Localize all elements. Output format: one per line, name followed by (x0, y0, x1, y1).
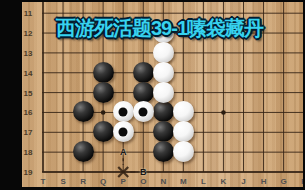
row-label-11: 11 (20, 9, 36, 18)
black-stone-q15[interactable] (93, 82, 114, 103)
black-stone-r18[interactable] (73, 141, 94, 162)
column-label-G: G (277, 177, 291, 186)
black-stone-o15[interactable] (133, 82, 154, 103)
app-window: 111213141516171819 TSRQPONMLKJHGF AB 西游死… (0, 0, 305, 190)
point-label-a[interactable]: A (120, 147, 127, 157)
black-stone-n18[interactable] (153, 141, 174, 162)
white-stone-m17[interactable] (173, 121, 194, 142)
right-black-bar (303, 0, 305, 190)
column-label-H: H (257, 177, 271, 186)
black-stone-q14[interactable] (93, 62, 114, 83)
row-label-15: 15 (20, 89, 36, 98)
black-stone-r16[interactable] (73, 101, 94, 122)
column-label-T: T (36, 177, 50, 186)
white-stone-n13[interactable] (153, 42, 174, 63)
white-stone-n15[interactable] (153, 82, 174, 103)
white-stone-n14[interactable] (153, 62, 174, 83)
row-label-19: 19 (20, 168, 36, 177)
star-point (221, 110, 226, 115)
bottom-black-bar (0, 187, 305, 190)
column-label-N: N (156, 177, 170, 186)
point-label-b[interactable]: B (140, 167, 147, 177)
column-label-O: O (136, 177, 150, 186)
marked-white-stone-p17[interactable] (113, 121, 134, 142)
column-label-M: M (176, 177, 190, 186)
stone-mark-dot (119, 127, 128, 136)
marked-white-stone-p16[interactable] (113, 101, 134, 122)
row-label-13: 13 (20, 49, 36, 58)
row-label-14: 14 (20, 69, 36, 78)
problem-title: 西游死活题39-1嗉袋藏丹 (56, 15, 296, 42)
row-label-18: 18 (20, 148, 36, 157)
column-label-Q: Q (96, 177, 110, 186)
white-stone-m18[interactable] (173, 141, 194, 162)
row-label-16: 16 (20, 108, 36, 117)
row-label-12: 12 (20, 29, 36, 38)
column-label-S: S (56, 177, 70, 186)
column-label-J: J (237, 177, 251, 186)
column-label-K: K (216, 177, 230, 186)
top-black-bar (0, 0, 305, 2)
column-label-R: R (76, 177, 90, 186)
star-point (101, 110, 106, 115)
column-label-P: P (116, 177, 130, 186)
stone-mark-dot (139, 107, 148, 116)
black-stone-o14[interactable] (133, 62, 154, 83)
stone-mark-dot (119, 107, 128, 116)
left-black-bar (0, 0, 22, 190)
black-stone-q17[interactable] (93, 121, 114, 142)
black-stone-n17[interactable] (153, 121, 174, 142)
row-label-17: 17 (20, 128, 36, 137)
column-label-L: L (196, 177, 210, 186)
